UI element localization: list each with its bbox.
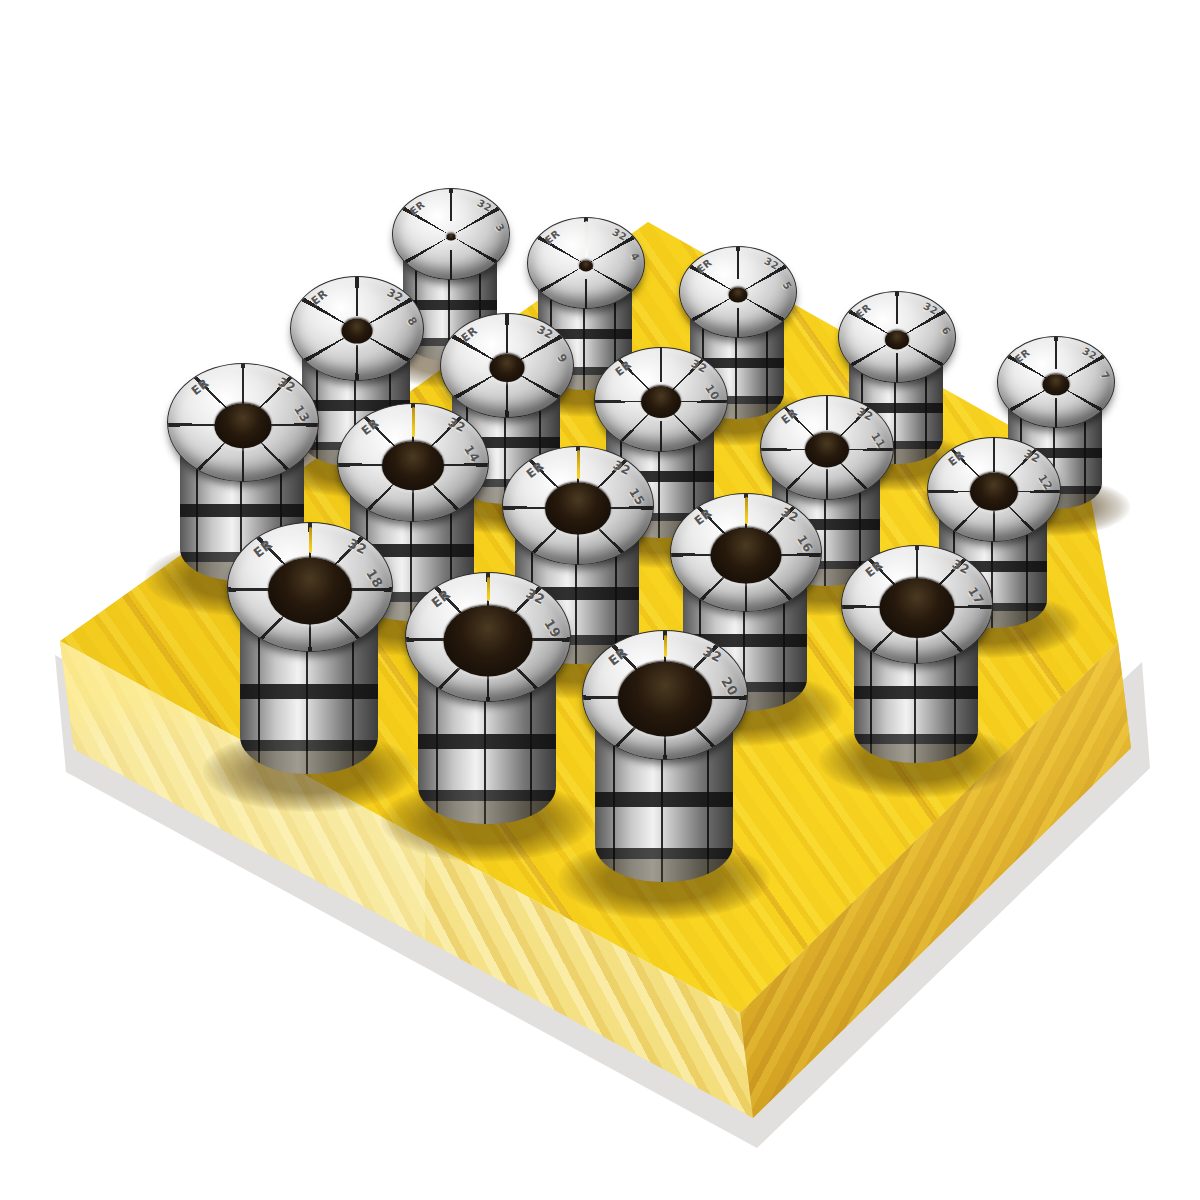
collet-face: ER 32 14	[337, 403, 489, 522]
collet: ER 32 17	[841, 545, 991, 764]
slit-light-highlight	[577, 450, 580, 479]
collet-face: ER 32 3	[392, 188, 510, 280]
collet-bore	[215, 403, 272, 449]
collet-face: ER 32 7	[997, 336, 1115, 428]
slit-light-highlight	[585, 221, 588, 258]
collet-face: ER 32 18	[227, 522, 393, 652]
collet-bore	[805, 432, 849, 467]
collet: ER 32 20	[582, 630, 746, 882]
collet-bore	[880, 578, 955, 638]
collet-bore	[970, 473, 1018, 511]
collet-bore	[382, 441, 444, 491]
collet: ER 32 18	[227, 522, 391, 774]
collet-face: ER 32 11	[760, 395, 894, 500]
collet-face: ER 32 6	[838, 291, 956, 383]
collet: ER 32 19	[405, 572, 569, 824]
slit-light-highlight	[412, 407, 415, 437]
collet-bore	[1043, 374, 1070, 396]
collet-face: ER 32 16	[670, 493, 822, 612]
collet-bore	[711, 527, 782, 584]
collet-face: ER 32 4	[527, 217, 645, 309]
collet-bore	[885, 330, 909, 349]
collet-face: ER 32 20	[582, 630, 748, 760]
collet-bore	[268, 557, 352, 624]
collet-bore	[444, 605, 533, 676]
collet-face: ER 32 13	[167, 363, 319, 482]
collet-bore	[641, 386, 681, 418]
slit-light-highlight	[487, 577, 490, 602]
collet-bore	[618, 661, 712, 736]
collet-face: ER 32 17	[841, 545, 993, 664]
collet-face: ER 32 15	[502, 446, 654, 565]
collet-bore	[545, 482, 611, 535]
collet-face: ER 32 19	[405, 572, 571, 702]
slit-light-highlight	[745, 497, 748, 524]
collet-bore	[490, 354, 525, 382]
collet-bore	[342, 319, 373, 344]
collet-face: ER 32 5	[679, 246, 797, 338]
collet-face: ER 32 10	[594, 347, 728, 452]
slit-light-highlight	[664, 635, 667, 658]
slit-light-highlight	[309, 527, 312, 554]
collet-face: ER 32 12	[927, 437, 1061, 542]
product-photo-scene: ER 32 3 ER 32 4 ER 32 5	[0, 0, 1200, 1200]
